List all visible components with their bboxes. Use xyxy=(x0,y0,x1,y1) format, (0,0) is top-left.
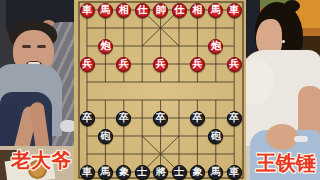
piece-red-相[interactable]: 相 xyxy=(116,3,131,18)
piece-red-兵[interactable]: 兵 xyxy=(116,57,131,72)
piece-black-砲[interactable]: 砲 xyxy=(98,129,113,144)
piece-red-仕[interactable]: 仕 xyxy=(135,3,150,18)
piece-black-馬[interactable]: 馬 xyxy=(208,165,223,180)
bracelet xyxy=(294,136,308,142)
piece-black-象[interactable]: 象 xyxy=(190,165,205,180)
left-player-name-label: 老大爷 xyxy=(11,147,71,174)
piece-black-車[interactable]: 車 xyxy=(80,165,95,180)
xiangqi-board: 車馬相仕帥仕相馬車炮炮兵兵兵兵兵卒卒卒卒卒砲砲車馬象士將士象馬車 xyxy=(74,0,246,180)
piece-black-士[interactable]: 士 xyxy=(172,165,187,180)
piece-red-車[interactable]: 車 xyxy=(80,3,95,18)
piece-black-象[interactable]: 象 xyxy=(116,165,131,180)
piece-red-相[interactable]: 相 xyxy=(190,3,205,18)
left-player-eyebrow xyxy=(37,45,46,48)
left-player-eyebrow xyxy=(22,45,31,48)
piece-red-車[interactable]: 車 xyxy=(227,3,242,18)
piece-black-卒[interactable]: 卒 xyxy=(190,111,205,126)
piece-black-將[interactable]: 將 xyxy=(153,165,168,180)
piece-red-仕[interactable]: 仕 xyxy=(172,3,187,18)
piece-black-車[interactable]: 車 xyxy=(227,165,242,180)
right-player-name-label: 王铁锤 xyxy=(256,150,316,177)
piece-red-兵[interactable]: 兵 xyxy=(153,57,168,72)
pieces-layer: 車馬相仕帥仕相馬車炮炮兵兵兵兵兵卒卒卒卒卒砲砲車馬象士將士象馬車 xyxy=(78,1,244,180)
right-player-earring xyxy=(282,40,285,43)
piece-red-馬[interactable]: 馬 xyxy=(98,3,113,18)
piece-black-馬[interactable]: 馬 xyxy=(98,165,113,180)
piece-red-兵[interactable]: 兵 xyxy=(80,57,95,72)
piece-red-兵[interactable]: 兵 xyxy=(227,57,242,72)
piece-black-卒[interactable]: 卒 xyxy=(227,111,242,126)
piece-red-炮[interactable]: 炮 xyxy=(208,39,223,54)
piece-red-帥[interactable]: 帥 xyxy=(153,3,168,18)
piece-red-兵[interactable]: 兵 xyxy=(190,57,205,72)
piece-red-炮[interactable]: 炮 xyxy=(98,39,113,54)
piece-black-士[interactable]: 士 xyxy=(135,165,150,180)
piece-black-卒[interactable]: 卒 xyxy=(80,111,95,126)
piece-black-卒[interactable]: 卒 xyxy=(116,111,131,126)
video-frame: 車馬相仕帥仕相馬車炮炮兵兵兵兵兵卒卒卒卒卒砲砲車馬象士將士象馬車 老大爷 王铁锤 xyxy=(0,0,320,180)
piece-black-卒[interactable]: 卒 xyxy=(153,111,168,126)
piece-black-砲[interactable]: 砲 xyxy=(208,129,223,144)
piece-red-馬[interactable]: 馬 xyxy=(208,3,223,18)
